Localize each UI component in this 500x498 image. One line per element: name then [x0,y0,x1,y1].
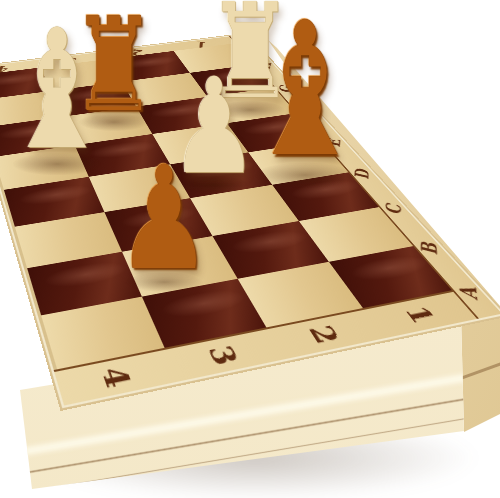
rank-label-4: 4 [94,364,136,390]
file-label-C: C [381,201,406,217]
rank-label-3: 3 [200,343,243,368]
dark-pawn-b3[interactable]: ♟ [116,147,212,290]
rank-label-1: 1 [397,304,440,326]
file-label-B: B [416,238,443,256]
light-bishop-e4[interactable]: ♝ [2,7,112,172]
rank-label-2: 2 [301,323,344,347]
chess-box-photo: 4321 4321 ABCDEFGH ♝♜♜♟♝♟ [0,0,500,498]
dark-bishop-d1[interactable]: ♝ [243,0,366,183]
